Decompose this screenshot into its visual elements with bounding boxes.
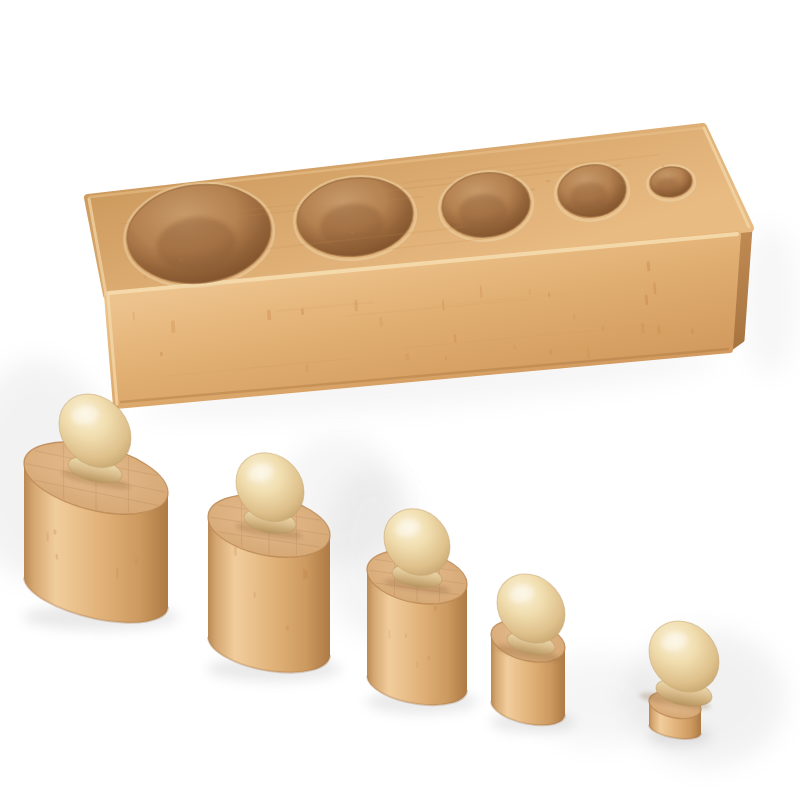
wood-fleck [139, 230, 144, 232]
wood-fleck [548, 292, 550, 297]
wood-fleck [657, 325, 661, 334]
montessori-knobbed-cylinders-photo [0, 0, 800, 800]
wood-fleck [351, 231, 354, 234]
wood-fleck [144, 276, 147, 279]
wood-fleck [405, 633, 407, 638]
wood-fleck [434, 606, 437, 611]
wood-fleck [528, 289, 531, 295]
wood-fleck [445, 356, 447, 361]
cylinder-4 [491, 567, 565, 730]
wood-fleck [179, 258, 183, 261]
wood-fleck [47, 532, 49, 541]
wood-fleck [286, 625, 289, 630]
wood-fleck [601, 326, 604, 330]
wood-fleck [53, 529, 56, 534]
wood-fleck [691, 328, 694, 333]
wood-fleck [301, 309, 304, 316]
wood-fleck [569, 187, 572, 190]
wood-fleck [463, 179, 465, 182]
product-photo-stage [0, 0, 800, 800]
wood-fleck [234, 546, 237, 556]
wood-fleck [598, 167, 602, 170]
wood-fleck [546, 180, 550, 182]
wood-fleck [388, 630, 390, 639]
wood-fleck [427, 655, 430, 660]
wood-fleck [267, 310, 271, 321]
wood-fleck [56, 554, 58, 560]
wood-fleck [416, 661, 418, 668]
wood-fleck [116, 567, 118, 578]
wood-fleck [135, 558, 137, 564]
wood-fleck [303, 569, 306, 580]
wood-fleck [379, 317, 383, 327]
wood-fleck [662, 165, 665, 168]
wood-fleck [405, 353, 409, 360]
wood-fleck [160, 352, 163, 356]
wood-fleck [530, 189, 535, 191]
wood-fleck [202, 223, 205, 225]
wood-fleck [619, 182, 624, 184]
wood-fleck [549, 349, 553, 354]
wood-fleck [513, 345, 516, 350]
wood-fleck [254, 592, 256, 599]
